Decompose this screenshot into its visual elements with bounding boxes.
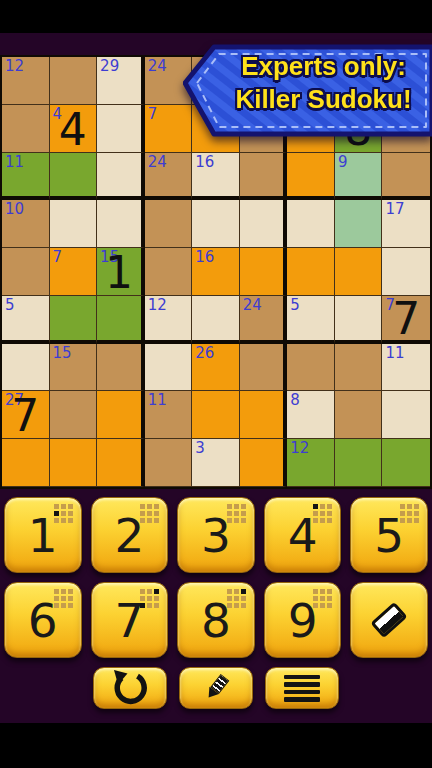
cell-digit: 7 xyxy=(382,296,430,340)
cell-digit: 7 xyxy=(2,391,49,438)
key-5[interactable]: 5 xyxy=(350,497,428,573)
cell-digit: 1 xyxy=(97,248,141,295)
cell-r6c1[interactable]: 5 xyxy=(2,296,50,344)
remaining-dots xyxy=(140,504,159,523)
cell-r5c5[interactable]: 16 xyxy=(192,248,240,296)
cell-r3c9[interactable] xyxy=(382,153,430,201)
key-9[interactable]: 9 xyxy=(264,582,342,658)
cell-r7c8[interactable] xyxy=(335,344,383,392)
cell-r8c4[interactable]: 11 xyxy=(145,391,193,439)
cell-r5c2[interactable]: 7 xyxy=(50,248,98,296)
cell-r8c6[interactable] xyxy=(240,391,288,439)
cell-r8c2[interactable] xyxy=(50,391,98,439)
remaining-dots xyxy=(54,504,73,523)
cell-r9c9[interactable] xyxy=(382,439,430,487)
cell-r1c1[interactable]: 12 xyxy=(2,57,50,105)
cell-r8c7[interactable]: 8 xyxy=(287,391,335,439)
cell-r4c5[interactable] xyxy=(192,200,240,248)
cage-sum: 24 xyxy=(148,57,167,75)
undo-button[interactable] xyxy=(93,667,167,709)
remaining-dots xyxy=(140,589,159,608)
cell-r6c5[interactable] xyxy=(192,296,240,344)
cage-sum: 29 xyxy=(100,57,119,75)
remaining-dots xyxy=(313,504,332,523)
cell-r1c2[interactable] xyxy=(50,57,98,105)
cell-r8c8[interactable] xyxy=(335,391,383,439)
cell-r7c3[interactable] xyxy=(97,344,145,392)
cell-r4c7[interactable] xyxy=(287,200,335,248)
cage-sum: 3 xyxy=(195,439,205,457)
cage-sum: 8 xyxy=(290,391,300,409)
cell-r9c8[interactable] xyxy=(335,439,383,487)
remaining-dots xyxy=(227,504,246,523)
undo-icon xyxy=(108,669,152,707)
cell-r3c5[interactable]: 16 xyxy=(192,153,240,201)
cell-r7c7[interactable] xyxy=(287,344,335,392)
cell-r9c4[interactable] xyxy=(145,439,193,487)
cell-r2c1[interactable] xyxy=(2,105,50,153)
cell-r4c8[interactable] xyxy=(335,200,383,248)
cell-r9c5[interactable]: 3 xyxy=(192,439,240,487)
cage-sum: 7 xyxy=(53,248,63,266)
cell-r3c7[interactable] xyxy=(287,153,335,201)
cage-sum: 24 xyxy=(243,296,262,314)
cell-r6c9[interactable]: 77 xyxy=(382,296,430,344)
cell-r6c8[interactable] xyxy=(335,296,383,344)
cell-r4c1[interactable]: 10 xyxy=(2,200,50,248)
cell-r9c2[interactable] xyxy=(50,439,98,487)
cell-r4c9[interactable]: 17 xyxy=(382,200,430,248)
cell-r4c3[interactable] xyxy=(97,200,145,248)
cell-r7c9[interactable]: 11 xyxy=(382,344,430,392)
cell-r4c4[interactable] xyxy=(145,200,193,248)
cage-sum: 11 xyxy=(385,344,404,362)
menu-icon xyxy=(284,675,320,702)
cage-sum: 7 xyxy=(148,105,158,123)
cage-sum: 15 xyxy=(53,344,72,362)
cell-digit: 4 xyxy=(50,105,97,152)
cell-r5c7[interactable] xyxy=(287,248,335,296)
keypad-row-3 xyxy=(0,667,432,709)
cell-r1c3[interactable]: 29 xyxy=(97,57,145,105)
cell-r8c1[interactable]: 277 xyxy=(2,391,50,439)
pencil-icon xyxy=(204,673,229,701)
remaining-dots xyxy=(313,589,332,608)
remaining-dots xyxy=(400,504,419,523)
cage-sum: 12 xyxy=(5,57,24,75)
cell-r2c2[interactable]: 44 xyxy=(50,105,98,153)
key-8[interactable]: 8 xyxy=(177,582,255,658)
cell-r5c1[interactable] xyxy=(2,248,50,296)
cell-r8c5[interactable] xyxy=(192,391,240,439)
key-6[interactable]: 6 xyxy=(4,582,82,658)
cell-r7c6[interactable] xyxy=(240,344,288,392)
cage-sum: 9 xyxy=(338,153,348,171)
cell-r3c1[interactable]: 11 xyxy=(2,153,50,201)
top-black-bar xyxy=(0,0,432,33)
cell-r3c6[interactable] xyxy=(240,153,288,201)
remaining-dots xyxy=(227,589,246,608)
cell-r5c6[interactable] xyxy=(240,248,288,296)
remaining-dots xyxy=(54,589,73,608)
key-7[interactable]: 7 xyxy=(91,582,169,658)
cell-r3c8[interactable]: 9 xyxy=(335,153,383,201)
cell-r9c7[interactable]: 12 xyxy=(287,439,335,487)
key-4[interactable]: 4 xyxy=(264,497,342,573)
cell-r2c3[interactable] xyxy=(97,105,145,153)
cell-r7c5[interactable]: 26 xyxy=(192,344,240,392)
cell-r6c7[interactable]: 5 xyxy=(287,296,335,344)
cage-sum: 24 xyxy=(148,153,167,171)
cell-r7c4[interactable] xyxy=(145,344,193,392)
keypad: 12345 6789 xyxy=(0,497,432,718)
cage-sum: 17 xyxy=(385,200,404,218)
cell-r9c6[interactable] xyxy=(240,439,288,487)
cage-sum: 10 xyxy=(5,200,24,218)
app-screen: 1229244478112416910177151165122457715261… xyxy=(0,0,432,768)
key-2[interactable]: 2 xyxy=(91,497,169,573)
cell-r9c1[interactable] xyxy=(2,439,50,487)
cell-r6c3[interactable] xyxy=(97,296,145,344)
cell-r8c3[interactable] xyxy=(97,391,145,439)
cell-r6c2[interactable] xyxy=(50,296,98,344)
key-1[interactable]: 1 xyxy=(4,497,82,573)
banner-text: Experts only: Killer Sudoku! xyxy=(217,50,430,116)
bottom-black-bar xyxy=(0,723,432,768)
cell-r5c4[interactable] xyxy=(145,248,193,296)
key-3[interactable]: 3 xyxy=(177,497,255,573)
cage-sum: 16 xyxy=(195,153,214,171)
cell-r4c2[interactable] xyxy=(50,200,98,248)
banner-line2: Killer Sudoku! xyxy=(217,83,430,116)
promo-banner[interactable]: Experts only: Killer Sudoku! xyxy=(183,43,432,138)
cage-sum: 26 xyxy=(195,344,214,362)
cage-sum: 12 xyxy=(148,296,167,314)
cage-sum: 5 xyxy=(290,296,300,314)
cell-r7c1[interactable] xyxy=(2,344,50,392)
keypad-row-1: 12345 xyxy=(0,497,432,573)
cage-sum: 11 xyxy=(5,153,24,171)
eraser-button[interactable] xyxy=(350,582,428,658)
keypad-row-2: 6789 xyxy=(0,582,432,658)
eraser-icon xyxy=(371,602,408,638)
cell-r7c2[interactable]: 15 xyxy=(50,344,98,392)
menu-button[interactable] xyxy=(265,667,339,709)
cell-r9c3[interactable] xyxy=(97,439,145,487)
cell-r5c3[interactable]: 151 xyxy=(97,248,145,296)
cell-r3c2[interactable] xyxy=(50,153,98,201)
cell-r8c9[interactable] xyxy=(382,391,430,439)
cage-sum: 11 xyxy=(148,391,167,409)
cage-sum: 16 xyxy=(195,248,214,266)
cell-r5c9[interactable] xyxy=(382,248,430,296)
cell-r5c8[interactable] xyxy=(335,248,383,296)
pencil-button[interactable] xyxy=(179,667,253,709)
cell-r3c4[interactable]: 24 xyxy=(145,153,193,201)
cell-r6c4[interactable]: 12 xyxy=(145,296,193,344)
banner-line1: Experts only: xyxy=(217,50,430,83)
cage-sum: 5 xyxy=(5,296,15,314)
cell-r4c6[interactable] xyxy=(240,200,288,248)
cell-r6c6[interactable]: 24 xyxy=(240,296,288,344)
cell-r3c3[interactable] xyxy=(97,153,145,201)
cage-sum: 12 xyxy=(290,439,309,457)
